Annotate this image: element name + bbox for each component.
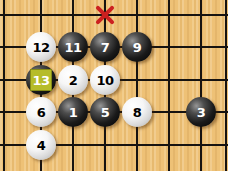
stone-black-9[interactable]: 9 [122,32,152,62]
x-mark-icon[interactable] [95,5,115,25]
stone-black-3[interactable]: 3 [186,97,216,127]
grid-vertical-line [168,0,170,171]
stone-white-2[interactable]: 2 [58,65,88,95]
stone-move-number: 7 [101,41,110,54]
grid-vertical-line [200,0,202,171]
go-board[interactable]: 12117913210615834 [0,0,228,171]
stone-move-number: 9 [133,41,142,54]
stone-white-4[interactable]: 4 [26,130,56,160]
stone-move-number: 6 [37,106,46,119]
stone-white-12[interactable]: 12 [26,32,56,62]
stone-move-number: 13 [32,74,49,87]
stone-move-number: 8 [133,106,142,119]
stone-black-11[interactable]: 11 [58,32,88,62]
grid-vertical-line [136,0,138,171]
stone-move-number: 3 [197,106,206,119]
stone-black-1[interactable]: 1 [58,97,88,127]
stone-white-6[interactable]: 6 [26,97,56,127]
stone-move-number: 2 [69,74,78,87]
stone-move-number: 1 [69,106,78,119]
grid-vertical-line [3,0,5,171]
stone-move-number: 5 [101,106,110,119]
stone-black-5[interactable]: 5 [90,97,120,127]
stone-white-10[interactable]: 10 [90,65,120,95]
stone-white-8[interactable]: 8 [122,97,152,127]
stone-move-number: 12 [32,41,49,54]
stone-move-number: 10 [96,74,113,87]
stone-move-number: 11 [64,41,81,54]
stone-move-number: 4 [37,139,46,152]
stone-black-13[interactable]: 13 [26,65,56,95]
grid-vertical-line [225,0,227,171]
stone-black-7[interactable]: 7 [90,32,120,62]
